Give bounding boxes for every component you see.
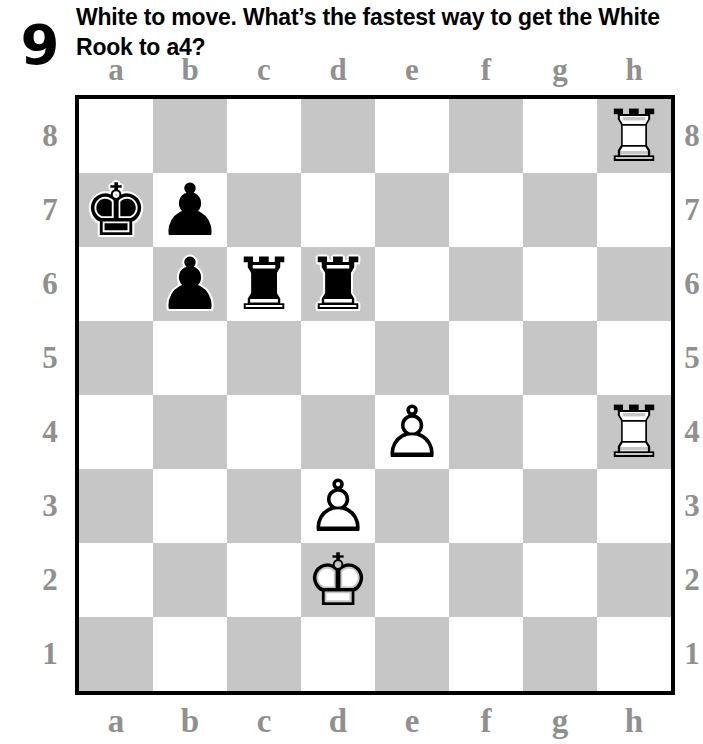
puzzle-title-line-1: White to move. What’s the fastest way to… [76,2,666,32]
square-d8[interactable] [301,99,375,173]
file-label-f-top: f [449,52,523,88]
square-c5[interactable] [227,321,301,395]
square-g1[interactable] [523,617,597,691]
square-e6[interactable] [375,247,449,321]
square-e1[interactable] [375,617,449,691]
square-g6[interactable] [523,247,597,321]
square-h2[interactable] [597,543,671,617]
square-d6[interactable]: ♜ [301,247,375,321]
rank-label-6-left: 6 [30,247,70,321]
square-h4[interactable]: ♜♖ [597,395,671,469]
file-label-d-bottom: d [301,700,375,742]
file-label-f-bottom: f [449,700,523,742]
square-a3[interactable] [79,469,153,543]
rank-label-8-left: 8 [30,99,70,173]
square-d4[interactable] [301,395,375,469]
square-d5[interactable] [301,321,375,395]
square-f8[interactable] [449,99,523,173]
square-g3[interactable] [523,469,597,543]
white-rook-h4[interactable]: ♜♖ [597,395,671,469]
square-b6[interactable]: ♟ [153,247,227,321]
square-d7[interactable] [301,173,375,247]
square-c6[interactable]: ♜ [227,247,301,321]
file-labels-bottom: abcdefgh [79,700,671,742]
file-label-b-bottom: b [153,700,227,742]
square-c8[interactable] [227,99,301,173]
square-a7[interactable]: ♚ [79,173,153,247]
rank-label-8-right: 8 [679,99,703,173]
piece-outline: ♔ [301,543,375,617]
square-b1[interactable] [153,617,227,691]
rank-label-6-right: 6 [679,247,703,321]
rank-label-7-left: 7 [30,173,70,247]
file-label-g-bottom: g [523,700,597,742]
square-b2[interactable] [153,543,227,617]
square-g2[interactable] [523,543,597,617]
square-g5[interactable] [523,321,597,395]
piece-fill: ♟ [153,173,227,247]
black-rook-d6[interactable]: ♜ [301,247,375,321]
rank-label-2-left: 2 [30,543,70,617]
rank-label-3-right: 3 [679,469,703,543]
square-f5[interactable] [449,321,523,395]
square-f1[interactable] [449,617,523,691]
rank-label-3-left: 3 [30,469,70,543]
file-labels-top: abcdefgh [79,52,671,88]
square-c1[interactable] [227,617,301,691]
square-c4[interactable] [227,395,301,469]
piece-fill: ♚ [79,173,153,247]
square-h8[interactable]: ♜♖ [597,99,671,173]
file-label-d-top: d [301,52,375,88]
piece-fill: ♜ [301,247,375,321]
square-a5[interactable] [79,321,153,395]
square-g4[interactable] [523,395,597,469]
piece-outline: ♙ [375,395,449,469]
square-f2[interactable] [449,543,523,617]
square-b5[interactable] [153,321,227,395]
square-d3[interactable]: ♟♙ [301,469,375,543]
chess-board: ♜♖♚♟♟♜♜♟♙♜♖♟♙♚♔ [75,95,675,695]
file-label-e-bottom: e [375,700,449,742]
square-e7[interactable] [375,173,449,247]
file-label-a-bottom: a [79,700,153,742]
square-g8[interactable] [523,99,597,173]
square-b8[interactable] [153,99,227,173]
white-pawn-d3[interactable]: ♟♙ [301,469,375,543]
black-pawn-b6[interactable]: ♟ [153,247,227,321]
square-c7[interactable] [227,173,301,247]
square-a2[interactable] [79,543,153,617]
piece-fill: ♜ [227,247,301,321]
square-a4[interactable] [79,395,153,469]
square-h1[interactable] [597,617,671,691]
square-h5[interactable] [597,321,671,395]
white-rook-h8[interactable]: ♜♖ [597,99,671,173]
square-f6[interactable] [449,247,523,321]
white-pawn-e4[interactable]: ♟♙ [375,395,449,469]
black-rook-c6[interactable]: ♜ [227,247,301,321]
black-king-a7[interactable]: ♚ [79,173,153,247]
square-e8[interactable] [375,99,449,173]
square-g7[interactable] [523,173,597,247]
rank-label-1-left: 1 [30,617,70,691]
square-c2[interactable] [227,543,301,617]
square-a6[interactable] [79,247,153,321]
square-h3[interactable] [597,469,671,543]
square-b7[interactable]: ♟ [153,173,227,247]
square-e5[interactable] [375,321,449,395]
puzzle-page: 9 White to move. What’s the fastest way … [0,0,703,744]
file-label-b-top: b [153,52,227,88]
square-f4[interactable] [449,395,523,469]
square-e3[interactable] [375,469,449,543]
rank-label-4-left: 4 [30,395,70,469]
rank-labels-right: 87654321 [679,99,703,691]
rank-label-1-right: 1 [679,617,703,691]
square-b3[interactable] [153,469,227,543]
rank-labels-left: 87654321 [30,99,70,691]
file-label-c-bottom: c [227,700,301,742]
rank-label-4-right: 4 [679,395,703,469]
file-label-g-top: g [523,52,597,88]
square-a1[interactable] [79,617,153,691]
square-f3[interactable] [449,469,523,543]
piece-outline: ♖ [597,99,671,173]
puzzle-number: 9 [12,16,68,74]
rank-label-5-right: 5 [679,321,703,395]
rank-label-5-left: 5 [30,321,70,395]
square-d1[interactable] [301,617,375,691]
square-c3[interactable] [227,469,301,543]
piece-outline: ♙ [301,469,375,543]
white-king-d2[interactable]: ♚♔ [301,543,375,617]
piece-outline: ♖ [597,395,671,469]
file-label-a-top: a [79,52,153,88]
square-d2[interactable]: ♚♔ [301,543,375,617]
black-pawn-b7[interactable]: ♟ [153,173,227,247]
square-e4[interactable]: ♟♙ [375,395,449,469]
piece-fill: ♟ [153,247,227,321]
square-b4[interactable] [153,395,227,469]
square-f7[interactable] [449,173,523,247]
file-label-h-top: h [597,52,671,88]
square-h7[interactable] [597,173,671,247]
square-a8[interactable] [79,99,153,173]
square-h6[interactable] [597,247,671,321]
file-label-c-top: c [227,52,301,88]
file-label-e-top: e [375,52,449,88]
file-label-h-bottom: h [597,700,671,742]
rank-label-7-right: 7 [679,173,703,247]
rank-label-2-right: 2 [679,543,703,617]
square-e2[interactable] [375,543,449,617]
